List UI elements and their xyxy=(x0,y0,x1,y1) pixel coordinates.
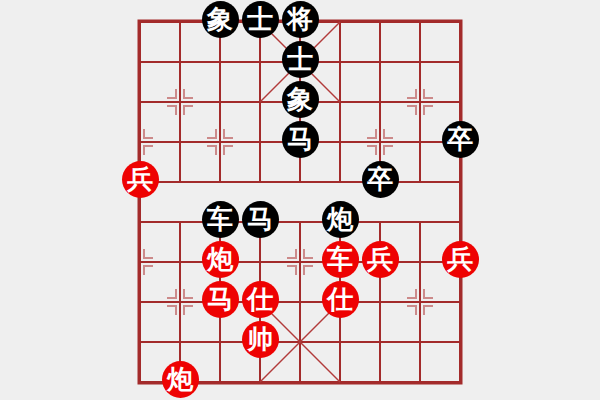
piece-red-兵[interactable]: 兵 xyxy=(362,241,399,278)
piece-red-帅[interactable]: 帅 xyxy=(242,321,279,358)
piece-black-象[interactable]: 象 xyxy=(202,1,239,38)
piece-red-仕[interactable]: 仕 xyxy=(322,281,359,318)
piece-black-车[interactable]: 车 xyxy=(202,201,239,238)
piece-red-炮[interactable]: 炮 xyxy=(202,241,239,278)
piece-black-卒[interactable]: 卒 xyxy=(362,161,399,198)
piece-black-卒[interactable]: 卒 xyxy=(442,121,479,158)
piece-black-士[interactable]: 士 xyxy=(282,41,319,78)
piece-red-兵[interactable]: 兵 xyxy=(442,241,479,278)
piece-red-仕[interactable]: 仕 xyxy=(242,281,279,318)
piece-red-炮[interactable]: 炮 xyxy=(162,361,199,398)
piece-red-兵[interactable]: 兵 xyxy=(122,161,159,198)
piece-black-将[interactable]: 将 xyxy=(282,1,319,38)
piece-red-马[interactable]: 马 xyxy=(202,281,239,318)
piece-red-车[interactable]: 车 xyxy=(322,241,359,278)
piece-black-马[interactable]: 马 xyxy=(282,121,319,158)
piece-black-象[interactable]: 象 xyxy=(282,81,319,118)
xiangqi-board: 象士将士象马卒兵卒车马炮炮车兵兵马仕仕帅炮 xyxy=(0,0,600,400)
piece-black-炮[interactable]: 炮 xyxy=(322,201,359,238)
piece-black-士[interactable]: 士 xyxy=(242,1,279,38)
piece-black-马[interactable]: 马 xyxy=(242,201,279,238)
